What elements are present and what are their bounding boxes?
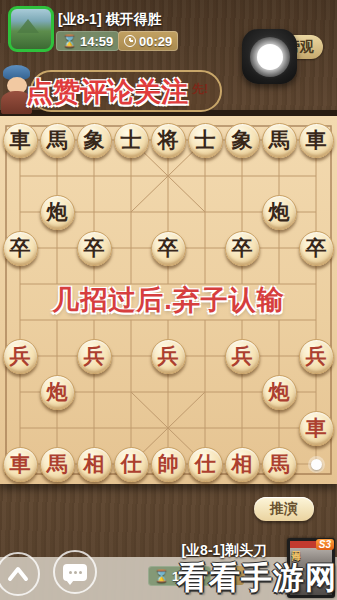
record-ring xyxy=(250,37,290,77)
game-screen: [业8-1] 棋开得胜 ⌛ 14:59 00:29 旁观 先! 点赞评论关注 xyxy=(0,0,337,600)
piece-A-c5r9[interactable]: 仕 xyxy=(188,447,223,482)
clock-icon xyxy=(124,35,136,47)
analyze-label: 推演 xyxy=(270,500,298,518)
piece-a-c5r0[interactable]: 士 xyxy=(188,123,223,158)
piece-k-c4r0[interactable]: 将 xyxy=(151,123,186,158)
piece-c-c1r2[interactable]: 炮 xyxy=(40,195,75,230)
top-player-move-timer: 00:29 xyxy=(118,31,178,51)
piece-B-c2r9[interactable]: 相 xyxy=(77,447,112,482)
piece-P-c0r6[interactable]: 兵 xyxy=(3,339,38,374)
xiangqi-board: 車馬象士将士象馬車炮炮卒卒卒卒卒兵兵兵兵兵炮炮車車馬相仕帥仕相馬 几招过后.弃子… xyxy=(0,110,337,484)
piece-A-c3r9[interactable]: 仕 xyxy=(114,447,149,482)
piece-B-c6r9[interactable]: 相 xyxy=(225,447,260,482)
piece-b-c2r0[interactable]: 象 xyxy=(77,123,112,158)
avatar-landscape xyxy=(17,19,39,33)
piece-p-c8r3[interactable]: 卒 xyxy=(299,231,334,266)
piece-p-c0r3[interactable]: 卒 xyxy=(3,231,38,266)
piece-p-c2r3[interactable]: 卒 xyxy=(77,231,112,266)
last-move-origin-dot xyxy=(311,459,322,470)
top-game-time: 14:59 xyxy=(80,34,113,49)
piece-P-c2r6[interactable]: 兵 xyxy=(77,339,112,374)
up-arrow-icon xyxy=(7,565,29,583)
avatar-frame-label: 四海 xyxy=(289,544,302,546)
piece-N-c1r9[interactable]: 馬 xyxy=(40,447,75,482)
record-core-icon xyxy=(257,44,283,70)
piece-P-c6r6[interactable]: 兵 xyxy=(225,339,260,374)
piece-r-c8r0[interactable]: 車 xyxy=(299,123,334,158)
like-comment-follow-caption: 点赞评论关注 xyxy=(26,74,188,110)
piece-R-c0r9[interactable]: 車 xyxy=(3,447,38,482)
season-badge: S3 xyxy=(316,539,334,550)
piece-P-c8r6[interactable]: 兵 xyxy=(299,339,334,374)
piece-c-c7r2[interactable]: 炮 xyxy=(262,195,297,230)
top-player-avatar[interactable] xyxy=(8,6,54,52)
piece-n-c1r0[interactable]: 馬 xyxy=(40,123,75,158)
chat-bubble-icon xyxy=(63,564,87,581)
top-player-name: [业8-1] 棋开得胜 xyxy=(58,11,161,29)
analyze-button[interactable]: 推演 xyxy=(254,497,314,521)
piece-K-c4r9[interactable]: 帥 xyxy=(151,447,186,482)
piece-R-c8r8[interactable]: 車 xyxy=(299,411,334,446)
caption-banner: 几招过后.弃子认输 xyxy=(52,282,285,318)
piece-n-c7r0[interactable]: 馬 xyxy=(262,123,297,158)
piece-P-c4r6[interactable]: 兵 xyxy=(151,339,186,374)
top-player-game-timer: ⌛ 14:59 xyxy=(56,31,119,51)
piece-p-c6r3[interactable]: 卒 xyxy=(225,231,260,266)
piece-p-c4r3[interactable]: 卒 xyxy=(151,231,186,266)
chat-bubble-suffix: 先! xyxy=(192,81,208,98)
piece-r-c0r0[interactable]: 車 xyxy=(3,123,38,158)
hourglass-icon: ⌛ xyxy=(154,570,169,582)
piece-b-c6r0[interactable]: 象 xyxy=(225,123,260,158)
record-button[interactable] xyxy=(242,29,297,84)
chat-button[interactable] xyxy=(53,550,97,594)
top-move-time: 00:29 xyxy=(139,34,172,49)
piece-N-c7r9[interactable]: 馬 xyxy=(262,447,297,482)
piece-C-c7r7[interactable]: 炮 xyxy=(262,375,297,410)
piece-a-c3r0[interactable]: 士 xyxy=(114,123,149,158)
hourglass-icon: ⌛ xyxy=(62,35,77,47)
site-watermark: 看看手游网 xyxy=(177,557,337,599)
piece-C-c1r7[interactable]: 炮 xyxy=(40,375,75,410)
